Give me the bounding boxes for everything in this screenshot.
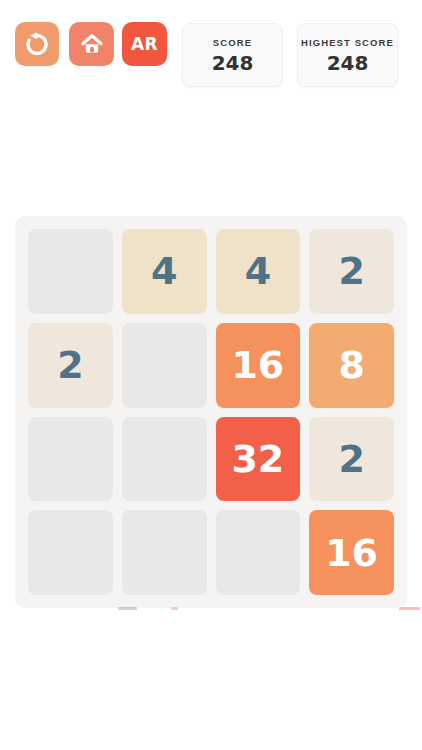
board[interactable]: 442216832216 bbox=[15, 216, 407, 608]
tile-2: 2 bbox=[28, 323, 113, 408]
score-value: 248 bbox=[212, 51, 254, 75]
game-screen: AR SCORE 248 HIGHEST SCORE 248 442216832… bbox=[0, 0, 422, 750]
score-box: SCORE 248 bbox=[182, 23, 283, 87]
empty-cell bbox=[216, 510, 301, 595]
empty-cell bbox=[122, 323, 207, 408]
tile-2: 2 bbox=[309, 417, 394, 502]
tile-32: 32 bbox=[216, 417, 301, 502]
tile-16: 16 bbox=[216, 323, 301, 408]
tile-8: 8 bbox=[309, 323, 394, 408]
tile-16: 16 bbox=[309, 510, 394, 595]
clipped-text-fragment bbox=[171, 607, 178, 610]
empty-cell bbox=[28, 510, 113, 595]
clipped-text-fragment bbox=[399, 607, 420, 610]
tile-4: 4 bbox=[122, 229, 207, 314]
empty-cell bbox=[28, 229, 113, 314]
clipped-text-fragment bbox=[118, 607, 137, 610]
empty-cell bbox=[122, 417, 207, 502]
score-label: SCORE bbox=[213, 37, 252, 48]
tile-4: 4 bbox=[216, 229, 301, 314]
home-button[interactable] bbox=[69, 22, 114, 66]
ar-mode-button[interactable]: AR bbox=[122, 22, 167, 66]
home-icon bbox=[79, 31, 105, 57]
highest-score-label: HIGHEST SCORE bbox=[301, 37, 394, 48]
empty-cell bbox=[122, 510, 207, 595]
highest-score-box: HIGHEST SCORE 248 bbox=[297, 23, 398, 87]
undo-restart-button[interactable] bbox=[15, 22, 59, 66]
highest-score-value: 248 bbox=[327, 51, 369, 75]
empty-cell bbox=[28, 417, 113, 502]
tile-2: 2 bbox=[309, 229, 394, 314]
undo-restart-icon bbox=[24, 31, 50, 58]
